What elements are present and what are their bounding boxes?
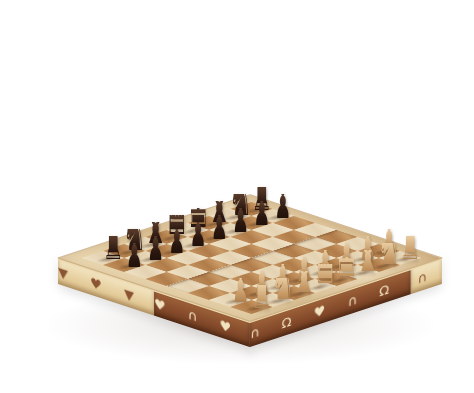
piece-white-rook: ♜ bbox=[403, 236, 418, 266]
product-photo-scene: ♜♞♝♛♚♝♞♜♟♟♟♟♟♟♟♟♟♟♟♟♟♟♟♟♜♞♝♛♚♝♞♜ ▼ ♥ ▼ ♥… bbox=[0, 0, 474, 393]
